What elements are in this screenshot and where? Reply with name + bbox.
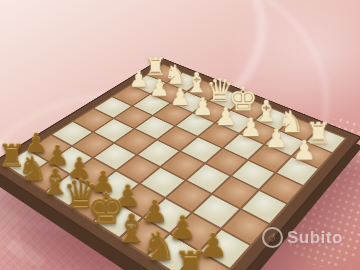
hand-icon: ☞ (265, 230, 280, 245)
brown-rook: ♜ (172, 247, 209, 270)
white-pawn: ♟ (212, 104, 239, 129)
watermark-circle: ☞ (262, 227, 283, 248)
white-pawn: ♟ (262, 125, 291, 151)
white-pawn: ♟ (237, 114, 265, 139)
subito-watermark: ☞ Subito (262, 227, 343, 248)
chess-set-photo: ♜♞♝♛♚♝♞♜♟♟♟♟♟♟♟♟♟♟♟♟♟♟♟♟♜♞♝♛♚♝♞♜ ☞ Subit… (0, 0, 360, 270)
white-pawn: ♟ (289, 137, 318, 164)
watermark-text: Subito (287, 228, 343, 248)
